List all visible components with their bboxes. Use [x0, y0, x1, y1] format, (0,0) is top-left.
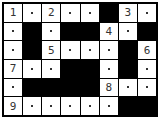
empty-cell-dot: [127, 30, 129, 32]
cell-r3c1[interactable]: [4, 41, 22, 59]
cell-r4c1[interactable]: 7: [4, 60, 22, 78]
cell-r1c2[interactable]: [23, 4, 41, 22]
empty-cell-dot: [127, 86, 129, 88]
clue-number: 3: [125, 7, 132, 18]
cell-r1c7[interactable]: 3: [119, 4, 137, 22]
black-cell-r1c6: [100, 4, 118, 22]
black-cell-r5c5: [81, 79, 99, 97]
clue-number: 1: [10, 7, 17, 18]
empty-cell-dot: [146, 86, 148, 88]
cell-r6c6[interactable]: [100, 97, 118, 115]
cell-r3c3[interactable]: 5: [42, 41, 60, 59]
empty-cell-dot: [108, 49, 110, 51]
empty-cell-dot: [89, 12, 91, 14]
empty-cell-dot: [69, 105, 71, 107]
empty-cell-dot: [146, 12, 148, 14]
black-cell-r5c3: [42, 79, 60, 97]
empty-cell-dot: [108, 68, 110, 70]
black-cell-r3c7: [119, 41, 137, 59]
black-cell-r6c7: [119, 97, 137, 115]
cell-r6c4[interactable]: [61, 97, 79, 115]
empty-cell-dot: [12, 49, 14, 51]
black-cell-r4c4: [61, 60, 79, 78]
cell-r5c6[interactable]: 8: [100, 79, 118, 97]
cell-r1c8[interactable]: [138, 4, 156, 22]
clue-number: 8: [105, 82, 112, 93]
cell-r2c7[interactable]: [119, 23, 137, 41]
cell-r3c5[interactable]: [81, 41, 99, 59]
black-cell-r4c7: [119, 60, 137, 78]
cell-r6c5[interactable]: [81, 97, 99, 115]
empty-cell-dot: [50, 68, 52, 70]
cell-r2c6[interactable]: 4: [100, 23, 118, 41]
cell-r5c8[interactable]: [138, 79, 156, 97]
cell-r1c4[interactable]: [61, 4, 79, 22]
cell-r6c3[interactable]: [42, 97, 60, 115]
cell-r4c6[interactable]: [100, 60, 118, 78]
cell-r6c2[interactable]: [23, 97, 41, 115]
empty-cell-dot: [31, 105, 33, 107]
black-cell-r2c2: [23, 23, 41, 41]
cell-r4c3[interactable]: [42, 60, 60, 78]
clue-number: 4: [105, 26, 112, 37]
clue-number: 9: [10, 101, 17, 112]
cell-r5c1[interactable]: [4, 79, 22, 97]
cell-r1c1[interactable]: 1: [4, 4, 22, 22]
black-cell-r2c8: [138, 23, 156, 41]
black-cell-r5c2: [23, 79, 41, 97]
cell-r3c4[interactable]: [61, 41, 79, 59]
empty-cell-dot: [31, 68, 33, 70]
black-cell-r3c2: [23, 41, 41, 59]
clue-number: 2: [48, 7, 55, 18]
empty-cell-dot: [108, 105, 110, 107]
black-cell-r5c4: [61, 79, 79, 97]
empty-cell-dot: [12, 30, 14, 32]
empty-cell-dot: [12, 86, 14, 88]
empty-cell-dot: [31, 12, 33, 14]
black-cell-r4c5: [81, 60, 99, 78]
cell-r5c7[interactable]: [119, 79, 137, 97]
crossword-screen: 123456789: [0, 0, 161, 120]
cell-r4c2[interactable]: [23, 60, 41, 78]
cell-r4c8[interactable]: [138, 60, 156, 78]
cell-r1c3[interactable]: 2: [42, 4, 60, 22]
empty-cell-dot: [146, 68, 148, 70]
empty-cell-dot: [50, 30, 52, 32]
clue-number: 5: [48, 45, 55, 56]
cell-r1c5[interactable]: [81, 4, 99, 22]
cell-r6c1[interactable]: 9: [4, 97, 22, 115]
black-cell-r6c8: [138, 97, 156, 115]
cell-r3c6[interactable]: [100, 41, 118, 59]
empty-cell-dot: [50, 105, 52, 107]
empty-cell-dot: [69, 49, 71, 51]
clue-number: 6: [144, 45, 151, 56]
empty-cell-dot: [69, 12, 71, 14]
cell-r2c1[interactable]: [4, 23, 22, 41]
clue-number: 7: [10, 63, 17, 74]
black-cell-r2c4: [61, 23, 79, 41]
cell-r3c8[interactable]: 6: [138, 41, 156, 59]
black-cell-r2c5: [81, 23, 99, 41]
empty-cell-dot: [89, 49, 91, 51]
empty-cell-dot: [89, 105, 91, 107]
crossword-grid: 123456789: [2, 2, 158, 117]
cell-r2c3[interactable]: [42, 23, 60, 41]
